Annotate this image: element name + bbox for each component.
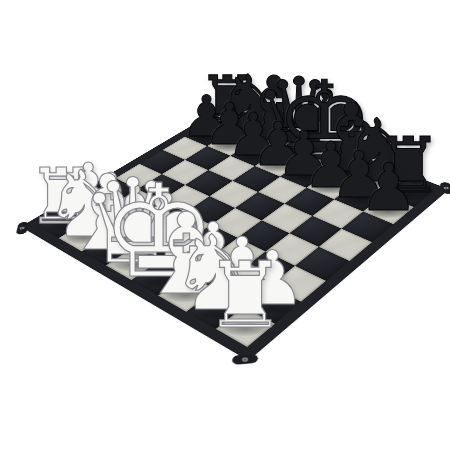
chess-mat [21, 105, 449, 360]
chess-board [37, 112, 434, 347]
mat-corner-tab [439, 182, 450, 194]
eyelet-icon [444, 186, 450, 189]
eyelet-icon [242, 357, 248, 362]
mat-corner-tab [219, 103, 237, 109]
photo-stage: ♜♞♝♛♚♝♞♜♟♟♟♟♟♟♟♟♟♟♟♟♟♟♟♟♜♞♝♛♚♝♞♜ [0, 0, 450, 450]
eyelet-icon [226, 105, 230, 107]
mat-corner-tab [232, 354, 258, 365]
eyelet-icon [20, 226, 25, 229]
mat-corner-tab [16, 222, 29, 235]
